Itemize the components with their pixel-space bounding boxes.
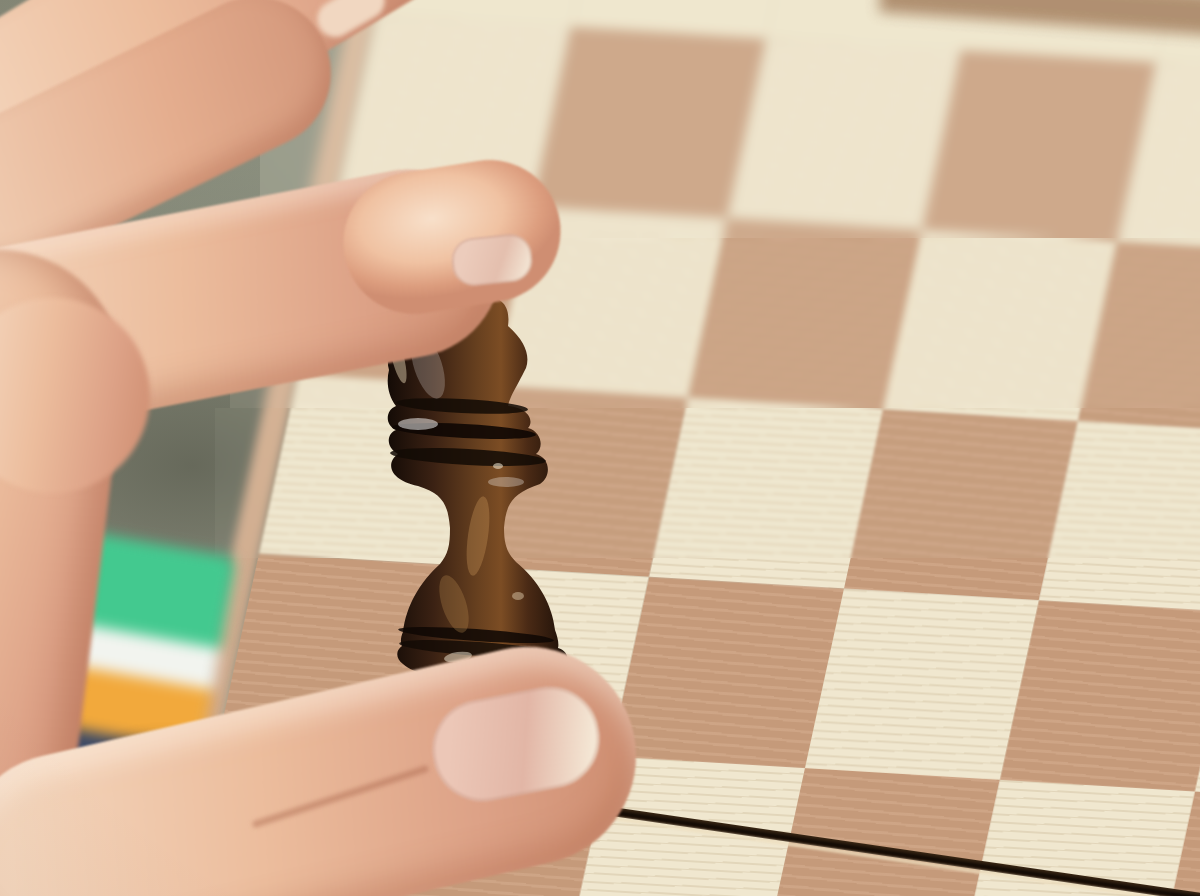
- board-square[interactable]: [844, 409, 1078, 600]
- held-piece-queen[interactable]: [358, 236, 598, 676]
- board-square[interactable]: [727, 39, 961, 230]
- board-square[interactable]: [883, 230, 1117, 421]
- board-square[interactable]: [922, 51, 1156, 242]
- board-square[interactable]: [376, 745, 610, 896]
- board-square[interactable]: [610, 577, 844, 768]
- board-square[interactable]: [649, 398, 883, 589]
- board-square[interactable]: [766, 768, 1000, 896]
- board-square[interactable]: [337, 15, 571, 206]
- knuckle: [0, 298, 150, 493]
- board-square[interactable]: [805, 589, 1039, 780]
- board-plane: [103, 0, 1200, 896]
- board-square[interactable]: [181, 733, 415, 896]
- photo-canvas: [0, 0, 1200, 896]
- board-square[interactable]: [532, 27, 766, 218]
- board-square[interactable]: [688, 218, 922, 409]
